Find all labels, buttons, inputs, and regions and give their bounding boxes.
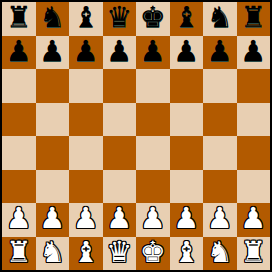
square-c1[interactable]: ♝	[69, 237, 103, 271]
square-f3[interactable]	[170, 170, 204, 204]
piece-black-knight[interactable]: ♞	[39, 3, 65, 32]
square-h5[interactable]	[237, 103, 271, 137]
piece-black-pawn[interactable]: ♟	[140, 37, 166, 66]
piece-white-knight[interactable]: ♞	[39, 238, 65, 267]
piece-white-rook[interactable]: ♜	[6, 238, 32, 267]
chess-board-frame: ♜♞♝♛♚♝♞♜♟♟♟♟♟♟♟♟♟♟♟♟♟♟♟♟♜♞♝♛♚♝♞♜	[0, 0, 272, 272]
square-a6[interactable]	[2, 69, 36, 103]
square-c7[interactable]: ♟	[69, 36, 103, 70]
square-c6[interactable]	[69, 69, 103, 103]
square-h4[interactable]	[237, 136, 271, 170]
square-g8[interactable]: ♞	[203, 2, 237, 36]
square-a3[interactable]	[2, 170, 36, 204]
square-d2[interactable]: ♟	[103, 203, 137, 237]
square-c5[interactable]	[69, 103, 103, 137]
square-b3[interactable]	[36, 170, 70, 204]
piece-white-pawn[interactable]: ♟	[39, 204, 65, 233]
square-h2[interactable]: ♟	[237, 203, 271, 237]
square-d4[interactable]	[103, 136, 137, 170]
piece-white-bishop[interactable]: ♝	[73, 238, 99, 267]
piece-white-bishop[interactable]: ♝	[173, 238, 199, 267]
square-e7[interactable]: ♟	[136, 36, 170, 70]
square-a2[interactable]: ♟	[2, 203, 36, 237]
piece-black-knight[interactable]: ♞	[207, 3, 233, 32]
piece-white-knight[interactable]: ♞	[207, 238, 233, 267]
square-d8[interactable]: ♛	[103, 2, 137, 36]
piece-black-pawn[interactable]: ♟	[240, 37, 266, 66]
square-e5[interactable]	[136, 103, 170, 137]
piece-black-pawn[interactable]: ♟	[6, 37, 32, 66]
piece-white-pawn[interactable]: ♟	[140, 204, 166, 233]
piece-black-bishop[interactable]: ♝	[173, 3, 199, 32]
square-f4[interactable]	[170, 136, 204, 170]
chess-board: ♜♞♝♛♚♝♞♜♟♟♟♟♟♟♟♟♟♟♟♟♟♟♟♟♜♞♝♛♚♝♞♜	[2, 2, 270, 270]
piece-black-bishop[interactable]: ♝	[73, 3, 99, 32]
square-b6[interactable]	[36, 69, 70, 103]
square-e8[interactable]: ♚	[136, 2, 170, 36]
square-c3[interactable]	[69, 170, 103, 204]
square-a7[interactable]: ♟	[2, 36, 36, 70]
piece-white-pawn[interactable]: ♟	[207, 204, 233, 233]
square-b1[interactable]: ♞	[36, 237, 70, 271]
square-e3[interactable]	[136, 170, 170, 204]
square-g3[interactable]	[203, 170, 237, 204]
square-f6[interactable]	[170, 69, 204, 103]
piece-white-pawn[interactable]: ♟	[106, 204, 132, 233]
square-e2[interactable]: ♟	[136, 203, 170, 237]
piece-black-pawn[interactable]: ♟	[39, 37, 65, 66]
square-b2[interactable]: ♟	[36, 203, 70, 237]
piece-black-queen[interactable]: ♛	[106, 3, 132, 32]
square-c8[interactable]: ♝	[69, 2, 103, 36]
square-d1[interactable]: ♛	[103, 237, 137, 271]
piece-black-rook[interactable]: ♜	[6, 3, 32, 32]
square-h6[interactable]	[237, 69, 271, 103]
square-f2[interactable]: ♟	[170, 203, 204, 237]
square-a8[interactable]: ♜	[2, 2, 36, 36]
square-b7[interactable]: ♟	[36, 36, 70, 70]
piece-black-pawn[interactable]: ♟	[173, 37, 199, 66]
square-h8[interactable]: ♜	[237, 2, 271, 36]
square-a5[interactable]	[2, 103, 36, 137]
piece-white-queen[interactable]: ♛	[106, 238, 132, 267]
piece-black-pawn[interactable]: ♟	[207, 37, 233, 66]
square-g7[interactable]: ♟	[203, 36, 237, 70]
square-d3[interactable]	[103, 170, 137, 204]
piece-white-rook[interactable]: ♜	[240, 238, 266, 267]
square-e6[interactable]	[136, 69, 170, 103]
square-g4[interactable]	[203, 136, 237, 170]
piece-black-pawn[interactable]: ♟	[73, 37, 99, 66]
square-d6[interactable]	[103, 69, 137, 103]
piece-white-pawn[interactable]: ♟	[173, 204, 199, 233]
square-e4[interactable]	[136, 136, 170, 170]
piece-white-pawn[interactable]: ♟	[6, 204, 32, 233]
square-d7[interactable]: ♟	[103, 36, 137, 70]
square-h3[interactable]	[237, 170, 271, 204]
piece-white-pawn[interactable]: ♟	[240, 204, 266, 233]
square-g6[interactable]	[203, 69, 237, 103]
square-h1[interactable]: ♜	[237, 237, 271, 271]
square-h7[interactable]: ♟	[237, 36, 271, 70]
square-a1[interactable]: ♜	[2, 237, 36, 271]
piece-white-king[interactable]: ♚	[140, 238, 166, 267]
square-g1[interactable]: ♞	[203, 237, 237, 271]
square-f5[interactable]	[170, 103, 204, 137]
square-f7[interactable]: ♟	[170, 36, 204, 70]
piece-black-king[interactable]: ♚	[140, 3, 166, 32]
square-d5[interactable]	[103, 103, 137, 137]
square-f1[interactable]: ♝	[170, 237, 204, 271]
square-f8[interactable]: ♝	[170, 2, 204, 36]
square-g2[interactable]: ♟	[203, 203, 237, 237]
square-b5[interactable]	[36, 103, 70, 137]
square-g5[interactable]	[203, 103, 237, 137]
square-a4[interactable]	[2, 136, 36, 170]
square-b4[interactable]	[36, 136, 70, 170]
square-b8[interactable]: ♞	[36, 2, 70, 36]
square-c4[interactable]	[69, 136, 103, 170]
piece-white-pawn[interactable]: ♟	[73, 204, 99, 233]
piece-black-pawn[interactable]: ♟	[106, 37, 132, 66]
square-c2[interactable]: ♟	[69, 203, 103, 237]
square-e1[interactable]: ♚	[136, 237, 170, 271]
piece-black-rook[interactable]: ♜	[240, 3, 266, 32]
